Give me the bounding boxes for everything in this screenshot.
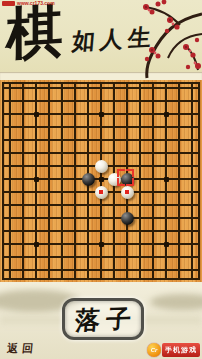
- watermark: www.cr173.com: [2, 1, 55, 6]
- move-marker-dot: [125, 190, 129, 194]
- grid-line-v: [152, 84, 154, 278]
- logo-text: 手机游戏: [162, 343, 200, 357]
- place-stone-button[interactable]: 落子: [62, 298, 144, 340]
- last-move-marker: [117, 169, 134, 186]
- star-point: [34, 242, 39, 247]
- back-button[interactable]: 返回: [6, 341, 38, 356]
- banner-title-main: 棋: [6, 0, 63, 67]
- grid-line-v: [74, 84, 76, 278]
- star-point: [34, 112, 39, 117]
- banner: www.cr173.com 棋 如人生: [0, 0, 202, 72]
- star-point: [164, 112, 169, 117]
- star-point: [99, 177, 104, 182]
- move-marker-dot: [99, 190, 103, 194]
- grid-line-h: [4, 256, 198, 258]
- black-stone: [121, 212, 134, 225]
- star-point: [99, 242, 104, 247]
- grid-line-h: [4, 269, 198, 271]
- logo-ball-icon: Cr: [147, 343, 161, 357]
- grid-line-h: [4, 230, 198, 232]
- grid-line-v: [139, 84, 141, 278]
- watermark-chip: [2, 1, 15, 6]
- white-stone: [121, 186, 134, 199]
- watermark-url: www.cr173.com: [17, 1, 55, 6]
- grid-line-h: [4, 204, 198, 206]
- place-stone-label: 落子: [68, 301, 137, 336]
- white-stone: [95, 186, 108, 199]
- star-point: [34, 177, 39, 182]
- gomoku-app: www.cr173.com 棋 如人生: [0, 0, 202, 359]
- star-point: [164, 242, 169, 247]
- ink-mountain-right: [150, 294, 202, 310]
- star-point: [164, 177, 169, 182]
- grid-line-v: [61, 84, 63, 278]
- star-point: [99, 112, 104, 117]
- plum-blossom-art: [132, 0, 202, 80]
- site-logo[interactable]: Cr 手机游戏: [147, 343, 200, 357]
- board[interactable]: [0, 80, 202, 282]
- grid-line-v: [178, 84, 180, 278]
- white-stone: [95, 160, 108, 173]
- grid-line-h: [4, 217, 198, 219]
- bottom-panel: 落子 返回 Cr 手机游戏: [0, 282, 202, 359]
- grid-line-v: [191, 84, 193, 278]
- black-stone: [82, 173, 95, 186]
- black-stone: [121, 173, 134, 186]
- grid-line-v: [48, 84, 50, 278]
